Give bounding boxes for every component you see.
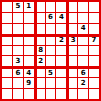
cell-r4c9[interactable]: 7 <box>89 35 99 45</box>
cell-r8c2[interactable] <box>13 78 23 88</box>
cell-r9c4[interactable] <box>35 89 45 99</box>
cell-r2c5[interactable]: 6 <box>46 13 56 23</box>
cell-r1c9[interactable] <box>89 2 99 12</box>
cell-r8c1[interactable] <box>2 78 12 88</box>
cell-r4c4[interactable] <box>35 35 45 45</box>
cell-r4c5[interactable] <box>46 35 56 45</box>
cell-r5c6[interactable] <box>56 46 66 56</box>
cell-r2c1[interactable] <box>2 13 12 23</box>
cell-r9c9[interactable] <box>89 89 99 99</box>
cell-r7c2[interactable]: 6 <box>13 67 23 77</box>
cell-r5c2[interactable] <box>13 46 23 56</box>
cell-r4c7[interactable]: 3 <box>67 35 77 45</box>
cell-r5c4[interactable]: 8 <box>35 46 45 56</box>
cell-r2c8[interactable] <box>78 13 88 23</box>
cell-r8c8[interactable]: 2 <box>78 78 88 88</box>
cell-r4c8[interactable] <box>78 35 88 45</box>
cell-r2c6[interactable]: 4 <box>56 13 66 23</box>
cell-r8c3[interactable]: 9 <box>24 78 34 88</box>
cell-r2c2[interactable] <box>13 13 23 23</box>
cell-r2c3[interactable] <box>24 13 34 23</box>
cell-r4c3[interactable] <box>24 35 34 45</box>
cell-r3c8[interactable]: 4 <box>78 24 88 34</box>
cell-r6c3[interactable] <box>24 56 34 66</box>
cell-r4c1[interactable] <box>2 35 12 45</box>
cell-r3c7[interactable] <box>67 24 77 34</box>
cell-r9c8[interactable] <box>78 89 88 99</box>
cell-r6c5[interactable] <box>46 56 56 66</box>
cell-r1c1[interactable] <box>2 2 12 12</box>
cell-r3c2[interactable] <box>13 24 23 34</box>
cell-r1c7[interactable] <box>67 2 77 12</box>
cell-r7c5[interactable]: 5 <box>46 67 56 77</box>
cell-r1c2[interactable]: 5 <box>13 2 23 12</box>
cell-r2c7[interactable] <box>67 13 77 23</box>
cell-r6c8[interactable] <box>78 56 88 66</box>
cell-r5c8[interactable] <box>78 46 88 56</box>
cell-r9c6[interactable] <box>56 89 66 99</box>
cell-r3c9[interactable] <box>89 24 99 34</box>
cell-r6c4[interactable]: 2 <box>35 56 45 66</box>
cell-r9c5[interactable] <box>46 89 56 99</box>
cell-r8c9[interactable] <box>89 78 99 88</box>
cell-r1c4[interactable] <box>35 2 45 12</box>
cell-r8c5[interactable] <box>46 78 56 88</box>
cell-r3c6[interactable] <box>56 24 66 34</box>
cell-r8c7[interactable] <box>67 78 77 88</box>
cell-r3c3[interactable] <box>24 24 34 34</box>
cell-r9c7[interactable] <box>67 89 77 99</box>
cell-r5c3[interactable] <box>24 46 34 56</box>
cell-r4c2[interactable] <box>13 35 23 45</box>
cell-r5c1[interactable] <box>2 46 12 56</box>
cell-r8c4[interactable] <box>35 78 45 88</box>
cell-r7c1[interactable] <box>2 67 12 77</box>
cell-r2c4[interactable] <box>35 13 45 23</box>
sudoku-board: 51644237832645692 <box>0 0 101 101</box>
cell-r7c9[interactable] <box>89 67 99 77</box>
cell-r7c3[interactable]: 4 <box>24 67 34 77</box>
cell-r5c9[interactable] <box>89 46 99 56</box>
cell-r7c7[interactable] <box>67 67 77 77</box>
cell-r3c1[interactable] <box>2 24 12 34</box>
cell-r2c9[interactable] <box>89 13 99 23</box>
cell-r5c7[interactable] <box>67 46 77 56</box>
cell-r7c6[interactable] <box>56 67 66 77</box>
cell-r3c4[interactable] <box>35 24 45 34</box>
cell-r6c9[interactable] <box>89 56 99 66</box>
cell-r6c2[interactable]: 3 <box>13 56 23 66</box>
cell-r1c3[interactable]: 1 <box>24 2 34 12</box>
cell-r5c5[interactable] <box>46 46 56 56</box>
cell-r1c6[interactable] <box>56 2 66 12</box>
cell-r8c6[interactable] <box>56 78 66 88</box>
cell-r7c4[interactable] <box>35 67 45 77</box>
cell-r6c1[interactable] <box>2 56 12 66</box>
cell-r9c1[interactable] <box>2 89 12 99</box>
cell-r4c6[interactable]: 2 <box>56 35 66 45</box>
cell-r1c5[interactable] <box>46 2 56 12</box>
cell-r7c8[interactable]: 6 <box>78 67 88 77</box>
cell-r6c6[interactable] <box>56 56 66 66</box>
cell-r9c3[interactable] <box>24 89 34 99</box>
cell-r1c8[interactable] <box>78 2 88 12</box>
cell-r3c5[interactable] <box>46 24 56 34</box>
cell-r9c2[interactable] <box>13 89 23 99</box>
cell-r6c7[interactable] <box>67 56 77 66</box>
